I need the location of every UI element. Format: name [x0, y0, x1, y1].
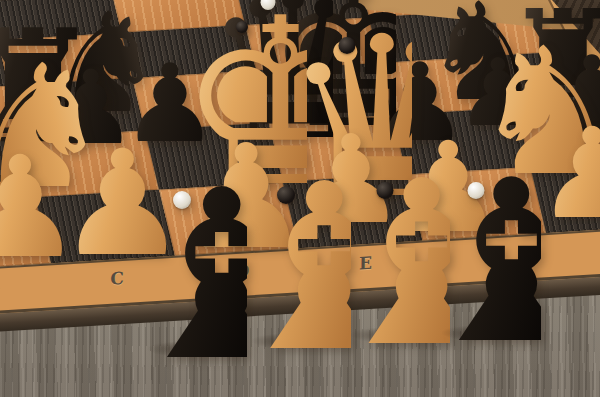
black-bishop: ♝: [411, 186, 541, 335]
pieces-layer: ♜♞♚♞♜♟♟♛♟♟♟♞♚♛♞♟♟♟♟♟♟♝♝♝♝: [0, 0, 600, 397]
black-ball-finial: [277, 186, 295, 204]
chess-photo-scene: BCDE 5 ♜♞♚♞♜♟♟♛♟♟♟♞♚♛♞♟♟♟♟♟♟♝♝♝♝: [0, 0, 600, 397]
black-ball-finial: [236, 21, 248, 33]
white-ball-finial: [173, 191, 191, 209]
black-ball-finial: [377, 182, 394, 199]
white-ball-finial: [468, 182, 485, 199]
black-ball-finial: [339, 37, 356, 54]
